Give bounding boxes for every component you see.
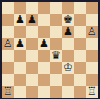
white-rook-piece: ♖ [87, 86, 97, 98]
square-d2[interactable] [38, 74, 50, 86]
square-b2[interactable] [14, 74, 26, 86]
square-h5[interactable] [86, 38, 98, 50]
square-c7[interactable]: ♟ [26, 14, 38, 26]
square-a6[interactable] [2, 26, 14, 38]
square-c3[interactable] [26, 62, 38, 74]
square-d3[interactable] [38, 62, 50, 74]
square-h6[interactable]: ♙ [86, 26, 98, 38]
square-d5[interactable]: ♟ [38, 38, 50, 50]
black-pawn-piece: ♟ [39, 38, 49, 50]
chessboard: ♟♟♚♟♙♙♟♟♛♔♖♖ [2, 2, 98, 98]
square-g3[interactable] [74, 62, 86, 74]
square-f2[interactable] [62, 74, 74, 86]
square-c5[interactable] [26, 38, 38, 50]
square-c4[interactable] [26, 50, 38, 62]
square-a8[interactable] [2, 2, 14, 14]
black-pawn-piece: ♟ [15, 14, 25, 26]
square-g5[interactable] [74, 38, 86, 50]
square-b1[interactable] [14, 86, 26, 98]
square-h8[interactable] [86, 2, 98, 14]
square-g4[interactable] [74, 50, 86, 62]
square-e8[interactable] [50, 2, 62, 14]
square-f1[interactable] [62, 86, 74, 98]
square-a3[interactable] [2, 62, 14, 74]
square-b8[interactable] [14, 2, 26, 14]
black-king-piece: ♚ [63, 14, 73, 26]
square-c2[interactable] [26, 74, 38, 86]
chessboard-frame: ♟♟♚♟♙♙♟♟♛♔♖♖ [0, 0, 100, 99]
square-f5[interactable] [62, 38, 74, 50]
black-queen-piece: ♛ [51, 50, 61, 62]
square-h2[interactable] [86, 74, 98, 86]
square-d7[interactable] [38, 14, 50, 26]
square-h1[interactable]: ♖ [86, 86, 98, 98]
square-e3[interactable] [50, 62, 62, 74]
square-g7[interactable] [74, 14, 86, 26]
square-e7[interactable] [50, 14, 62, 26]
square-a7[interactable] [2, 14, 14, 26]
white-rook-piece: ♖ [3, 86, 13, 98]
square-e5[interactable] [50, 38, 62, 50]
square-b7[interactable]: ♟ [14, 14, 26, 26]
square-a1[interactable]: ♖ [2, 86, 14, 98]
square-b4[interactable] [14, 50, 26, 62]
square-f3[interactable]: ♔ [62, 62, 74, 74]
square-e6[interactable] [50, 26, 62, 38]
black-pawn-piece: ♟ [63, 26, 73, 38]
square-f7[interactable]: ♚ [62, 14, 74, 26]
square-a5[interactable]: ♙ [2, 38, 14, 50]
square-c8[interactable] [26, 2, 38, 14]
square-f8[interactable] [62, 2, 74, 14]
square-c6[interactable] [26, 26, 38, 38]
square-g6[interactable] [74, 26, 86, 38]
square-d6[interactable] [38, 26, 50, 38]
white-king-piece: ♔ [63, 62, 73, 74]
square-f6[interactable]: ♟ [62, 26, 74, 38]
square-d8[interactable] [38, 2, 50, 14]
square-d1[interactable] [38, 86, 50, 98]
square-h7[interactable] [86, 14, 98, 26]
white-pawn-piece: ♙ [87, 26, 97, 38]
square-h4[interactable] [86, 50, 98, 62]
square-e4[interactable]: ♛ [50, 50, 62, 62]
square-e1[interactable] [50, 86, 62, 98]
square-g8[interactable] [74, 2, 86, 14]
black-pawn-piece: ♟ [27, 14, 37, 26]
square-b6[interactable] [14, 26, 26, 38]
square-f4[interactable] [62, 50, 74, 62]
square-a4[interactable] [2, 50, 14, 62]
square-g1[interactable] [74, 86, 86, 98]
square-a2[interactable] [2, 74, 14, 86]
square-h3[interactable] [86, 62, 98, 74]
square-e2[interactable] [50, 74, 62, 86]
square-d4[interactable] [38, 50, 50, 62]
white-pawn-piece: ♙ [3, 38, 13, 50]
square-c1[interactable] [26, 86, 38, 98]
square-g2[interactable] [74, 74, 86, 86]
square-b3[interactable] [14, 62, 26, 74]
square-b5[interactable]: ♟ [14, 38, 26, 50]
black-pawn-piece: ♟ [15, 38, 25, 50]
